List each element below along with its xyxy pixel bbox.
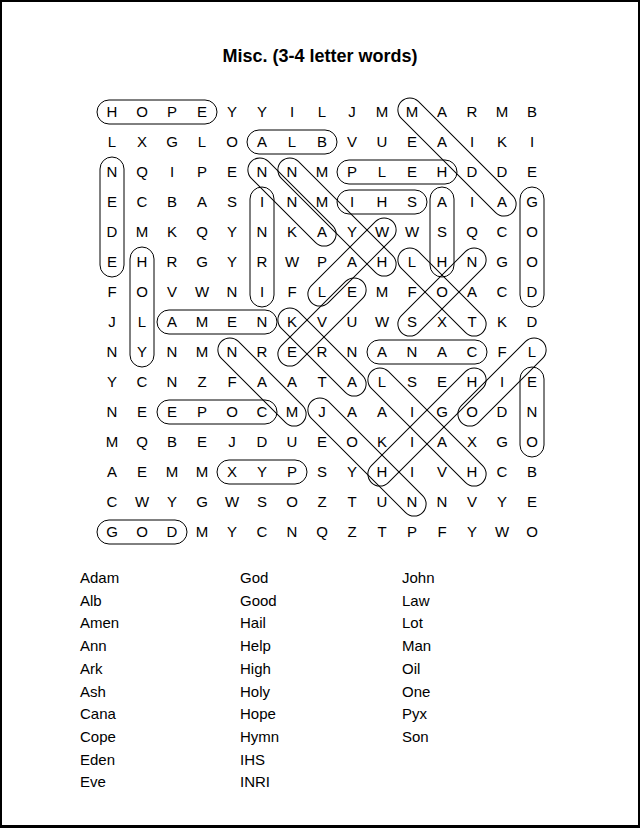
grid-cell-r1c6: Y [247, 97, 277, 127]
grid-cell-r2c14: K [487, 127, 517, 157]
word-list-item-hope: Hope [240, 703, 395, 726]
grid-cell-r10c3: N [157, 367, 187, 397]
puzzle-title: Misc. (3-4 letter words) [2, 44, 638, 68]
grid-cell-r13c1: A [97, 457, 127, 487]
grid-cell-r2c1: L [97, 127, 127, 157]
word-list-column-2: GodGoodHailHelpHighHolyHopeHymnIHSINRI [240, 567, 395, 794]
word-list-item-god: God [240, 567, 395, 590]
grid-cell-r15c6: C [247, 517, 277, 547]
grid-cell-r2c2: X [127, 127, 157, 157]
grid-cell-r8c15: D [517, 307, 547, 337]
grid-cell-r13c9: Y [337, 457, 367, 487]
grid-cell-r1c11: M [397, 97, 427, 127]
grid-cell-r9c7: E [277, 337, 307, 367]
grid-cell-r9c6: R [247, 337, 277, 367]
grid-cell-r11c2: E [127, 397, 157, 427]
grid-cell-r4c14: A [487, 187, 517, 217]
grid-cell-r9c14: F [487, 337, 517, 367]
grid-cell-r8c13: T [457, 307, 487, 337]
grid-cell-r2c7: L [277, 127, 307, 157]
grid-cell-r13c8: S [307, 457, 337, 487]
grid-cell-r7c7: F [277, 277, 307, 307]
grid-cell-r14c1: C [97, 487, 127, 517]
grid-cell-r9c12: A [427, 337, 457, 367]
word-list: AdamAlbAmenAnnArkAshCanaCopeEdenEve GodG… [2, 567, 638, 807]
grid-cell-r5c5: Y [217, 217, 247, 247]
word-list-item-ihs: IHS [240, 749, 395, 772]
grid-cell-r12c15: O [517, 427, 547, 457]
word-list-item-high: High [240, 658, 395, 681]
grid-cell-r3c11: E [397, 157, 427, 187]
word-list-item-help: Help [240, 635, 395, 658]
word-list-item-pyx: Pyx [402, 703, 557, 726]
grid-cell-r14c14: Y [487, 487, 517, 517]
grid-cell-r6c12: H [427, 247, 457, 277]
grid-cell-r8c3: A [157, 307, 187, 337]
grid-cell-r11c10: A [367, 397, 397, 427]
word-list-item-oil: Oil [402, 658, 557, 681]
grid-cell-r7c6: I [247, 277, 277, 307]
grid-cell-r3c1: N [97, 157, 127, 187]
grid-cell-r5c10: W [367, 217, 397, 247]
grid-cell-r1c2: O [127, 97, 157, 127]
grid-cell-r5c2: M [127, 217, 157, 247]
grid-cell-r15c9: Z [337, 517, 367, 547]
grid-cell-r5c4: Q [187, 217, 217, 247]
grid-cell-r8c2: L [127, 307, 157, 337]
grid-cell-r12c14: G [487, 427, 517, 457]
grid-cell-r8c1: J [97, 307, 127, 337]
grid-cell-r14c2: W [127, 487, 157, 517]
grid-cell-r3c7: N [277, 157, 307, 187]
grid-cell-r14c13: V [457, 487, 487, 517]
grid-cell-r6c5: Y [217, 247, 247, 277]
grid-cell-r3c3: I [157, 157, 187, 187]
word-list-item-man: Man [402, 635, 557, 658]
grid-cell-r2c15: I [517, 127, 547, 157]
grid-cell-r9c10: A [367, 337, 397, 367]
grid-cell-r9c4: M [187, 337, 217, 367]
grid-cell-r14c6: S [247, 487, 277, 517]
grid-cell-r15c7: N [277, 517, 307, 547]
grid-cell-r12c3: B [157, 427, 187, 457]
grid-cell-r13c13: H [457, 457, 487, 487]
word-list-item-hail: Hail [240, 612, 395, 635]
grid-cell-r15c4: M [187, 517, 217, 547]
word-list-column-1: AdamAlbAmenAnnArkAshCanaCopeEdenEve [80, 567, 235, 794]
grid-cell-r10c15: E [517, 367, 547, 397]
grid-cell-r1c14: M [487, 97, 517, 127]
grid-cell-r7c11: F [397, 277, 427, 307]
grid-cell-r8c8: V [307, 307, 337, 337]
word-list-item-good: Good [240, 590, 395, 613]
grid-cell-r2c3: G [157, 127, 187, 157]
grid-cell-r15c11: P [397, 517, 427, 547]
grid-cell-r13c15: B [517, 457, 547, 487]
grid-cell-r7c15: D [517, 277, 547, 307]
grid-cell-r10c4: Z [187, 367, 217, 397]
grid-cell-r6c7: W [277, 247, 307, 277]
word-list-item-one: One [402, 681, 557, 704]
grid-cell-r3c12: H [427, 157, 457, 187]
grid-cell-r6c13: N [457, 247, 487, 277]
grid-cell-r7c1: F [97, 277, 127, 307]
grid-cell-r1c15: B [517, 97, 547, 127]
grid-cell-r2c11: E [397, 127, 427, 157]
grid-cell-r10c7: A [277, 367, 307, 397]
word-list-item-john: John [402, 567, 557, 590]
grid-cell-r4c12: A [427, 187, 457, 217]
grid-cell-r15c3: D [157, 517, 187, 547]
grid-cell-r11c6: C [247, 397, 277, 427]
grid-cell-r4c10: H [367, 187, 397, 217]
grid-cell-r13c14: C [487, 457, 517, 487]
grid-cell-r7c3: V [157, 277, 187, 307]
grid-cell-r14c11: N [397, 487, 427, 517]
grid-cell-r3c9: P [337, 157, 367, 187]
grid-cell-r3c6: N [247, 157, 277, 187]
grid-cell-r11c7: M [277, 397, 307, 427]
grid-cell-r14c5: W [217, 487, 247, 517]
word-list-item-hymn: Hymn [240, 726, 395, 749]
word-list-item-alb: Alb [80, 590, 235, 613]
grid-cell-r12c7: U [277, 427, 307, 457]
grid-cell-r6c15: O [517, 247, 547, 277]
grid-cell-r8c7: K [277, 307, 307, 337]
grid-cell-r8c9: U [337, 307, 367, 337]
grid-cell-r6c3: R [157, 247, 187, 277]
grid-cell-r10c9: A [337, 367, 367, 397]
grid-cell-r10c11: S [397, 367, 427, 397]
grid-cell-r6c4: G [187, 247, 217, 277]
grid-cell-r7c12: O [427, 277, 457, 307]
grid-cell-r11c5: O [217, 397, 247, 427]
grid-cell-r3c13: D [457, 157, 487, 187]
grid-cell-r7c13: A [457, 277, 487, 307]
grid-cell-r10c1: Y [97, 367, 127, 397]
grid-cell-r4c11: S [397, 187, 427, 217]
grid-cell-r4c1: E [97, 187, 127, 217]
grid-cell-r11c13: O [457, 397, 487, 427]
grid-cell-r5c15: O [517, 217, 547, 247]
grid-cell-r5c7: K [277, 217, 307, 247]
grid-cell-r5c13: Q [457, 217, 487, 247]
grid-cell-r14c12: N [427, 487, 457, 517]
grid-cell-r6c14: G [487, 247, 517, 277]
grid-cell-r5c8: A [307, 217, 337, 247]
grid-cell-r1c8: L [307, 97, 337, 127]
grid-cell-r11c15: N [517, 397, 547, 427]
grid-cell-r6c9: A [337, 247, 367, 277]
grid-cell-r2c8: B [307, 127, 337, 157]
grid-cell-r10c13: H [457, 367, 487, 397]
grid-cell-r15c2: O [127, 517, 157, 547]
grid-cell-r11c14: D [487, 397, 517, 427]
grid-cell-r10c10: L [367, 367, 397, 397]
grid-cell-r1c3: P [157, 97, 187, 127]
grid-cell-r3c15: E [517, 157, 547, 187]
grid-cell-r15c1: G [97, 517, 127, 547]
grid-cell-r5c14: C [487, 217, 517, 247]
grid-cell-r5c11: W [397, 217, 427, 247]
grid-cell-r2c4: L [187, 127, 217, 157]
grid-cell-r1c7: I [277, 97, 307, 127]
grid-cell-r8c12: X [427, 307, 457, 337]
grid-cell-r4c15: G [517, 187, 547, 217]
grid-cell-r15c5: Y [217, 517, 247, 547]
grid-cell-r1c12: A [427, 97, 457, 127]
grid-cell-r11c11: I [397, 397, 427, 427]
grid-cell-r13c10: H [367, 457, 397, 487]
grid-cell-r4c4: A [187, 187, 217, 217]
grid-cell-r4c2: C [127, 187, 157, 217]
grid-cell-r7c10: M [367, 277, 397, 307]
grid-cell-r7c4: W [187, 277, 217, 307]
word-list-item-inri: INRI [240, 771, 395, 794]
word-list-item-lot: Lot [402, 612, 557, 635]
grid-cell-r14c8: Z [307, 487, 337, 517]
grid-cell-r14c9: T [337, 487, 367, 517]
grid-cell-r9c5: N [217, 337, 247, 367]
grid-cell-r13c11: I [397, 457, 427, 487]
grid-cell-r4c13: I [457, 187, 487, 217]
grid-cell-r2c13: I [457, 127, 487, 157]
grid-cell-r2c9: V [337, 127, 367, 157]
word-list-item-son: Son [402, 726, 557, 749]
grid-cell-r14c7: O [277, 487, 307, 517]
grid-cell-r9c1: N [97, 337, 127, 367]
grid-cell-r6c8: P [307, 247, 337, 277]
grid-cell-r8c4: M [187, 307, 217, 337]
word-list-item-ann: Ann [80, 635, 235, 658]
grid-cell-r9c9: N [337, 337, 367, 367]
grid-cell-r8c14: K [487, 307, 517, 337]
grid-cell-r6c2: H [127, 247, 157, 277]
grid-cell-r8c5: E [217, 307, 247, 337]
grid-cell-r3c2: Q [127, 157, 157, 187]
puzzle-page: Misc. (3-4 letter words) HOPEYYILJMMARMB… [0, 0, 640, 828]
grid-cell-r11c9: A [337, 397, 367, 427]
grid-cell-r6c11: L [397, 247, 427, 277]
word-list-item-ark: Ark [80, 658, 235, 681]
grid-cell-r13c7: P [277, 457, 307, 487]
grid-cell-r11c4: P [187, 397, 217, 427]
grid-cell-r9c15: L [517, 337, 547, 367]
grid-cell-r14c10: U [367, 487, 397, 517]
grid-cell-r12c11: I [397, 427, 427, 457]
grid-cell-r13c3: M [157, 457, 187, 487]
grid-cell-r4c9: I [337, 187, 367, 217]
grid-cell-r8c6: N [247, 307, 277, 337]
word-list-item-cana: Cana [80, 703, 235, 726]
grid-cell-r15c8: Q [307, 517, 337, 547]
grid-cell-r2c6: A [247, 127, 277, 157]
grid-cell-r15c10: T [367, 517, 397, 547]
grid-cell-r1c10: M [367, 97, 397, 127]
grid-cell-r3c10: L [367, 157, 397, 187]
grid-cell-r10c14: I [487, 367, 517, 397]
grid-cell-r12c2: Q [127, 427, 157, 457]
grid-cell-r8c10: W [367, 307, 397, 337]
grid-cell-r5c12: S [427, 217, 457, 247]
grid-cell-r13c2: E [127, 457, 157, 487]
word-list-item-amen: Amen [80, 612, 235, 635]
grid-cell-r11c3: E [157, 397, 187, 427]
grid-cell-r12c6: D [247, 427, 277, 457]
grid-cell-r8c11: S [397, 307, 427, 337]
grid-cell-r1c1: H [97, 97, 127, 127]
grid-cell-r15c12: F [427, 517, 457, 547]
grid-cell-r6c6: R [247, 247, 277, 277]
grid-cell-r13c12: V [427, 457, 457, 487]
word-list-item-eden: Eden [80, 749, 235, 772]
grid-cell-r12c1: M [97, 427, 127, 457]
grid-cell-r11c1: N [97, 397, 127, 427]
grid-cell-r13c4: M [187, 457, 217, 487]
word-list-item-adam: Adam [80, 567, 235, 590]
grid-cell-r12c8: E [307, 427, 337, 457]
grid-cell-r4c7: N [277, 187, 307, 217]
grid-cell-r3c4: P [187, 157, 217, 187]
grid-cell-r4c8: M [307, 187, 337, 217]
grid-cell-r1c13: R [457, 97, 487, 127]
grid-cell-r10c6: A [247, 367, 277, 397]
grid-cell-r3c5: E [217, 157, 247, 187]
grid-cell-r7c14: C [487, 277, 517, 307]
grid-cell-r13c5: X [217, 457, 247, 487]
grid-cell-r10c2: C [127, 367, 157, 397]
grid-cell-r6c1: E [97, 247, 127, 277]
grid-cell-r12c12: A [427, 427, 457, 457]
grid-cell-r12c13: X [457, 427, 487, 457]
grid-cell-r15c14: W [487, 517, 517, 547]
grid-cell-r12c4: E [187, 427, 217, 457]
grid-cell-r6c10: H [367, 247, 397, 277]
grid-cell-r12c9: O [337, 427, 367, 457]
word-list-item-eve: Eve [80, 771, 235, 794]
grid-cell-r9c3: N [157, 337, 187, 367]
grid-cell-r9c11: N [397, 337, 427, 367]
grid-cell-r5c9: Y [337, 217, 367, 247]
grid-cell-r14c15: E [517, 487, 547, 517]
grid-cell-r1c5: Y [217, 97, 247, 127]
grid-cell-r14c4: G [187, 487, 217, 517]
grid-cell-r2c12: A [427, 127, 457, 157]
grid-cell-r4c3: B [157, 187, 187, 217]
grid-cell-r4c6: I [247, 187, 277, 217]
grid-cell-r1c4: E [187, 97, 217, 127]
grid-cell-r2c10: U [367, 127, 397, 157]
word-list-item-ash: Ash [80, 681, 235, 704]
grid-cell-r12c5: J [217, 427, 247, 457]
grid-cell-r10c5: F [217, 367, 247, 397]
grid-cell-r3c14: D [487, 157, 517, 187]
grid-cell-r10c8: T [307, 367, 337, 397]
grid-cell-r3c8: M [307, 157, 337, 187]
grid-cell-r5c1: D [97, 217, 127, 247]
grid-cell-r9c13: C [457, 337, 487, 367]
word-list-column-3: JohnLawLotManOilOnePyxSon [402, 567, 557, 749]
grid-cell-r7c5: N [217, 277, 247, 307]
grid-cell-r7c9: E [337, 277, 367, 307]
grid-cell-r12c10: K [367, 427, 397, 457]
grid-cell-r5c6: N [247, 217, 277, 247]
grid-cell-r9c8: R [307, 337, 337, 367]
grid-cell-r7c8: L [307, 277, 337, 307]
word-search-grid: HOPEYYILJMMARMBLXGLOALBVUEAIKINQIPENNMPL… [97, 97, 547, 547]
grid-cell-r2c5: O [217, 127, 247, 157]
grid-cell-r1c9: J [337, 97, 367, 127]
grid-cell-r9c2: Y [127, 337, 157, 367]
grid-cell-r15c15: O [517, 517, 547, 547]
grid-cell-r5c3: K [157, 217, 187, 247]
grid-cell-r13c6: Y [247, 457, 277, 487]
word-list-item-law: Law [402, 590, 557, 613]
grid-cell-r15c13: Y [457, 517, 487, 547]
word-list-item-holy: Holy [240, 681, 395, 704]
grid-cell-r7c2: O [127, 277, 157, 307]
grid-cell-r4c5: S [217, 187, 247, 217]
grid-cell-r11c8: J [307, 397, 337, 427]
word-list-item-cope: Cope [80, 726, 235, 749]
grid-cell-r11c12: G [427, 397, 457, 427]
grid-cell-r14c3: Y [157, 487, 187, 517]
grid-cell-r10c12: E [427, 367, 457, 397]
